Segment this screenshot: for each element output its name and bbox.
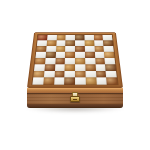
board-square-r8c5 (75, 78, 86, 85)
board-square-r7c4 (65, 71, 75, 78)
board-square-r7c6 (85, 71, 96, 78)
clasp-plate (70, 96, 80, 102)
checkers-board (31, 34, 118, 85)
box-base-edge (27, 104, 123, 108)
board-square-r8c6 (85, 78, 96, 85)
board-square-r8c4 (64, 78, 75, 85)
board-square-r8c8 (106, 78, 117, 85)
product-photo-chess-box[interactable] (0, 0, 150, 150)
board-square-r8c3 (54, 78, 65, 85)
board-lid-frame (27, 32, 123, 88)
clasp-keyhole (73, 99, 77, 100)
board-square-r8c2 (43, 78, 54, 85)
board-square-r7c5 (75, 71, 85, 78)
board-square-r7c3 (54, 71, 65, 78)
board-square-r8c7 (96, 78, 107, 85)
brass-clasp (70, 92, 80, 103)
board-square-r7c7 (96, 71, 107, 78)
board-square-r8c1 (32, 78, 43, 85)
board-square-r7c2 (44, 71, 55, 78)
board-square-r7c8 (106, 71, 117, 78)
board-square-r7c1 (33, 71, 44, 78)
